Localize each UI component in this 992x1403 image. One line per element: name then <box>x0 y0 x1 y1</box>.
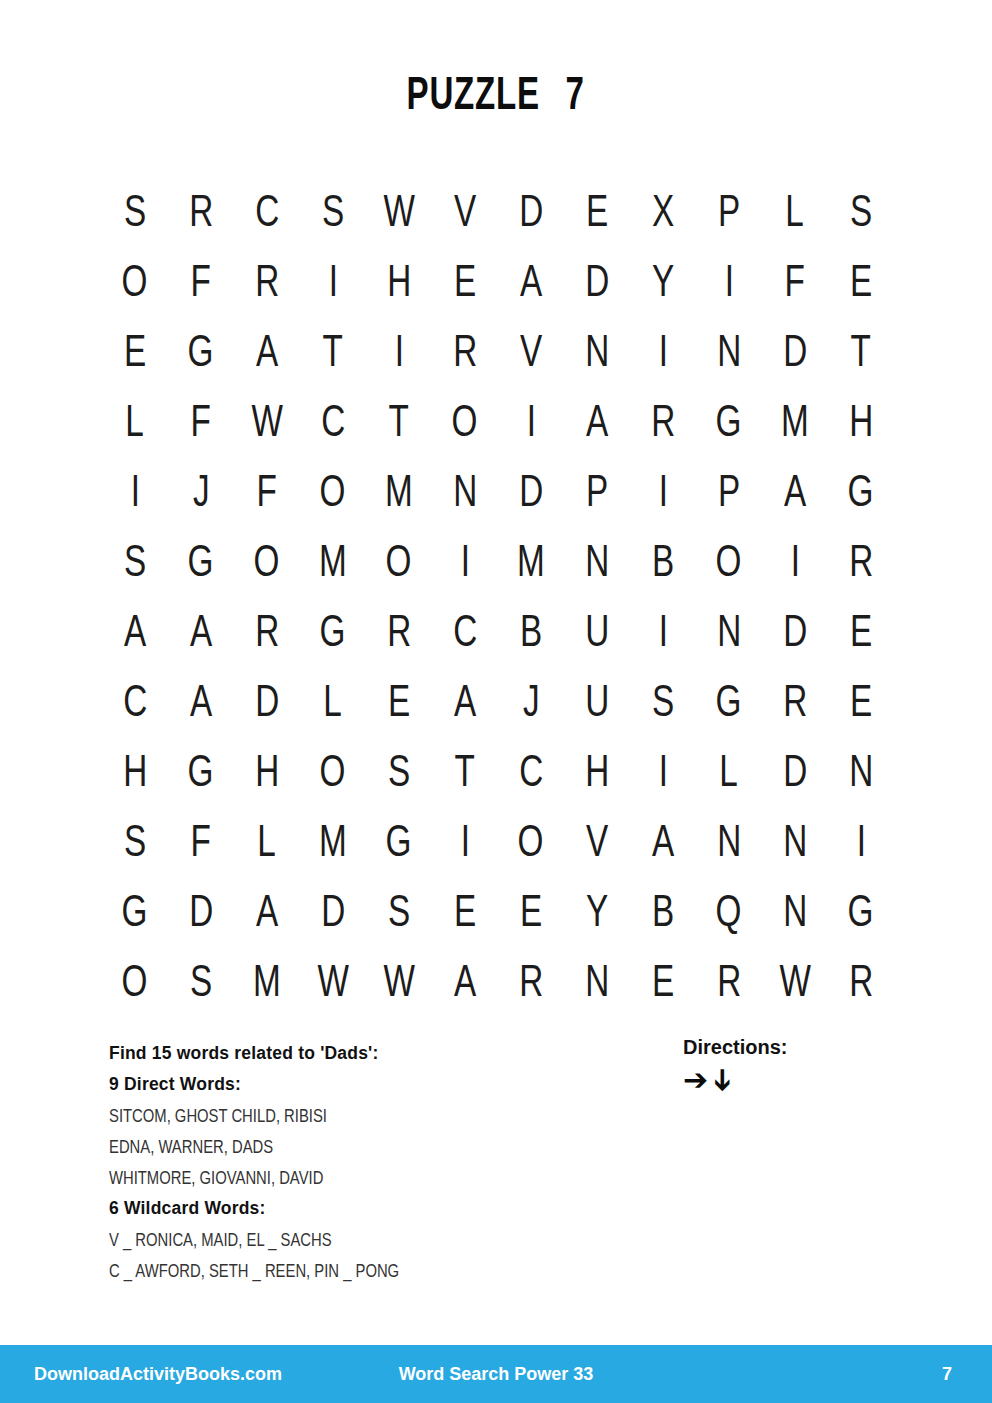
grid-letter: F <box>257 468 277 513</box>
wildcard-words-line: V _ RONICA, MAID, EL _ SACHS <box>109 1224 629 1255</box>
grid-letter: R <box>387 608 411 653</box>
grid-cell: J <box>168 455 234 525</box>
grid-cell: R <box>366 595 432 665</box>
grid-letter: F <box>191 818 211 863</box>
grid-cell: E <box>432 245 498 315</box>
grid-cell: R <box>696 945 762 1015</box>
grid-cell: H <box>234 735 300 805</box>
grid-letter: H <box>123 748 147 793</box>
grid-cell: F <box>762 245 828 315</box>
grid-cell: N <box>432 455 498 525</box>
footer-book-title: Word Search Power 33 <box>399 1364 594 1385</box>
grid-letter: B <box>520 608 542 653</box>
grid-letter: A <box>520 258 542 303</box>
grid-cell: S <box>366 735 432 805</box>
grid-letter: S <box>124 188 146 233</box>
grid-letter: B <box>652 888 674 933</box>
grid-cell: H <box>366 245 432 315</box>
grid-cell: N <box>762 875 828 945</box>
grid-cell: A <box>432 665 498 735</box>
grid-cell: P <box>696 175 762 245</box>
grid-letter: R <box>651 398 675 443</box>
grid-letter: A <box>586 398 608 443</box>
grid-cell: V <box>564 805 630 875</box>
grid-cell: H <box>564 735 630 805</box>
grid-cell: I <box>630 455 696 525</box>
grid-cell: O <box>300 455 366 525</box>
grid-letter: I <box>460 818 469 863</box>
grid-letter: E <box>454 258 476 303</box>
grid-cell: A <box>630 805 696 875</box>
grid-cell: V <box>498 315 564 385</box>
grid-cell: I <box>432 525 498 595</box>
grid-letter: R <box>783 678 807 723</box>
grid-cell: R <box>432 315 498 385</box>
grid-letter: R <box>189 188 213 233</box>
grid-letter: G <box>320 608 346 653</box>
grid-letter: G <box>716 398 742 443</box>
grid-letter: I <box>658 468 667 513</box>
grid-cell: E <box>828 245 894 315</box>
grid-letter: W <box>317 958 348 1003</box>
grid-cell: V <box>432 175 498 245</box>
grid-cell: N <box>828 735 894 805</box>
grid-cell: P <box>696 455 762 525</box>
grid-letter: S <box>850 188 872 233</box>
grid-cell: X <box>630 175 696 245</box>
grid-letter: D <box>189 888 213 933</box>
grid-cell: O <box>432 385 498 455</box>
grid-cell: A <box>498 245 564 315</box>
grid-letter: N <box>783 888 807 933</box>
grid-cell: I <box>366 315 432 385</box>
grid-letter: U <box>585 678 609 723</box>
grid-cell: F <box>168 385 234 455</box>
grid-cell: M <box>300 805 366 875</box>
grid-letter: N <box>783 818 807 863</box>
grid-cell: R <box>168 175 234 245</box>
grid-letter: S <box>190 958 212 1003</box>
grid-letter: N <box>717 608 741 653</box>
grid-letter: N <box>585 328 609 373</box>
grid-cell: G <box>102 875 168 945</box>
grid-letter: M <box>517 538 545 583</box>
grid-letter: O <box>452 398 478 443</box>
grid-letter: O <box>320 468 346 513</box>
grid-cell: Q <box>696 875 762 945</box>
grid-letter: R <box>849 538 873 583</box>
grid-cell: M <box>300 525 366 595</box>
grid-cell: F <box>234 455 300 525</box>
grid-letter: R <box>717 958 741 1003</box>
direct-words-line: SITCOM, GHOST CHILD, RIBISI <box>109 1100 629 1131</box>
grid-letter: E <box>388 678 410 723</box>
grid-cell: A <box>432 945 498 1015</box>
grid-letter: Y <box>652 258 674 303</box>
grid-cell: N <box>696 315 762 385</box>
grid-letter: S <box>322 188 344 233</box>
grid-letter: G <box>122 888 148 933</box>
grid-letter: T <box>389 398 409 443</box>
direct-words-line-text: EDNA, WARNER, DADS <box>109 1136 273 1158</box>
grid-letter: L <box>786 188 805 233</box>
right-arrow-icon: ➔ <box>683 1065 708 1095</box>
grid-cell: G <box>366 805 432 875</box>
grid-cell: G <box>168 525 234 595</box>
grid-letter: I <box>658 748 667 793</box>
grid-letter: P <box>586 468 608 513</box>
grid-cell: N <box>696 805 762 875</box>
grid-letter: V <box>586 818 608 863</box>
grid-letter: R <box>453 328 477 373</box>
grid-cell: D <box>168 875 234 945</box>
grid-cell: E <box>498 875 564 945</box>
footer-page-number: 7 <box>942 1364 952 1385</box>
grid-letter: G <box>848 888 874 933</box>
page-title-text: PUZZLE 7 <box>407 66 585 120</box>
grid-cell: S <box>102 805 168 875</box>
grid-letter: P <box>718 468 740 513</box>
grid-letter: A <box>454 678 476 723</box>
grid-cell: E <box>432 875 498 945</box>
grid-cell: Y <box>630 245 696 315</box>
grid-letter: L <box>324 678 343 723</box>
grid-cell: M <box>762 385 828 455</box>
grid-letter: O <box>386 538 412 583</box>
grid-cell: D <box>498 455 564 525</box>
grid-cell: E <box>630 945 696 1015</box>
grid-cell: C <box>432 595 498 665</box>
grid-cell: I <box>300 245 366 315</box>
grid-letter: D <box>783 748 807 793</box>
grid-letter: S <box>652 678 674 723</box>
grid-cell: P <box>564 455 630 525</box>
grid-letter: I <box>328 258 337 303</box>
grid-cell: N <box>762 805 828 875</box>
grid-cell: G <box>696 665 762 735</box>
word-search-grid: SRCSWVDEXPLSOFRIHEADYIFEEGATIRVNINDTLFWC… <box>102 175 894 1015</box>
grid-letter: L <box>258 818 277 863</box>
grid-letter: J <box>193 468 210 513</box>
grid-cell: T <box>828 315 894 385</box>
grid-cell: A <box>234 315 300 385</box>
grid-letter: L <box>126 398 145 443</box>
grid-cell: E <box>564 175 630 245</box>
grid-cell: E <box>102 315 168 385</box>
direct-words-line-text: SITCOM, GHOST CHILD, RIBISI <box>109 1105 327 1127</box>
grid-letter: A <box>652 818 674 863</box>
grid-cell: O <box>300 735 366 805</box>
footer-website: DownloadActivityBooks.com <box>34 1364 282 1385</box>
grid-letter: H <box>585 748 609 793</box>
grid-cell: N <box>564 945 630 1015</box>
grid-letter: P <box>718 188 740 233</box>
grid-letter: T <box>455 748 475 793</box>
grid-letter: A <box>190 608 212 653</box>
grid-cell: I <box>762 525 828 595</box>
grid-cell: I <box>630 315 696 385</box>
grid-letter: O <box>122 958 148 1003</box>
grid-cell: C <box>300 385 366 455</box>
find-words-heading: Find 15 words related to 'Dads': <box>109 1043 379 1064</box>
grid-cell: W <box>762 945 828 1015</box>
grid-letter: C <box>453 608 477 653</box>
grid-cell: I <box>630 735 696 805</box>
grid-cell: D <box>762 315 828 385</box>
grid-letter: A <box>454 958 476 1003</box>
grid-cell: O <box>366 525 432 595</box>
grid-cell: S <box>300 175 366 245</box>
grid-cell: O <box>234 525 300 595</box>
grid-cell: Y <box>564 875 630 945</box>
grid-cell: S <box>102 525 168 595</box>
grid-letter: E <box>850 608 872 653</box>
grid-cell: L <box>696 735 762 805</box>
grid-cell: O <box>498 805 564 875</box>
footer-bar: DownloadActivityBooks.com Word Search Po… <box>0 1345 992 1403</box>
grid-letter: E <box>586 188 608 233</box>
grid-cell: A <box>234 875 300 945</box>
grid-letter: C <box>255 188 279 233</box>
grid-letter: G <box>848 468 874 513</box>
grid-cell: I <box>828 805 894 875</box>
grid-cell: N <box>564 315 630 385</box>
grid-letter: I <box>658 608 667 653</box>
grid-letter: J <box>523 678 540 723</box>
direct-words-line: EDNA, WARNER, DADS <box>109 1131 629 1162</box>
grid-cell: C <box>102 665 168 735</box>
grid-letter: Y <box>586 888 608 933</box>
grid-letter: A <box>256 888 278 933</box>
directions-heading: Directions: <box>683 1036 787 1059</box>
grid-letter: I <box>658 328 667 373</box>
grid-cell: S <box>168 945 234 1015</box>
grid-letter: I <box>394 328 403 373</box>
grid-cell: J <box>498 665 564 735</box>
grid-letter: O <box>254 538 280 583</box>
grid-letter: I <box>790 538 799 583</box>
grid-cell: I <box>696 245 762 315</box>
grid-letter: G <box>188 328 214 373</box>
grid-cell: I <box>498 385 564 455</box>
grid-letter: O <box>518 818 544 863</box>
grid-cell: H <box>102 735 168 805</box>
grid-letter: T <box>323 328 343 373</box>
grid-letter: A <box>784 468 806 513</box>
grid-cell: D <box>234 665 300 735</box>
grid-cell: B <box>630 875 696 945</box>
grid-letter: Q <box>716 888 742 933</box>
page-title: PUZZLE 7 <box>0 66 992 120</box>
grid-cell: I <box>102 455 168 525</box>
grid-letter: M <box>319 818 347 863</box>
grid-letter: W <box>779 958 810 1003</box>
grid-letter: I <box>460 538 469 583</box>
grid-letter: I <box>856 818 865 863</box>
grid-cell: L <box>102 385 168 455</box>
grid-letter: S <box>388 888 410 933</box>
grid-letter: E <box>850 258 872 303</box>
grid-letter: A <box>256 328 278 373</box>
grid-cell: W <box>234 385 300 455</box>
grid-letter: I <box>130 468 139 513</box>
grid-cell: A <box>168 665 234 735</box>
grid-letter: R <box>255 258 279 303</box>
grid-letter: G <box>188 538 214 583</box>
grid-cell: T <box>300 315 366 385</box>
direct-words-heading: 9 Direct Words: <box>109 1074 241 1095</box>
grid-letter: C <box>519 748 543 793</box>
grid-cell: R <box>828 525 894 595</box>
grid-letter: D <box>255 678 279 723</box>
grid-letter: M <box>385 468 413 513</box>
grid-letter: H <box>849 398 873 443</box>
grid-cell: F <box>168 805 234 875</box>
grid-letter: E <box>850 678 872 723</box>
grid-cell: O <box>696 525 762 595</box>
grid-cell: S <box>630 665 696 735</box>
grid-letter: D <box>321 888 345 933</box>
grid-cell: A <box>564 385 630 455</box>
grid-cell: R <box>630 385 696 455</box>
grid-letter: B <box>652 538 674 583</box>
grid-cell: R <box>828 945 894 1015</box>
grid-cell: D <box>762 595 828 665</box>
grid-letter: E <box>520 888 542 933</box>
grid-letter: U <box>585 608 609 653</box>
grid-letter: M <box>781 398 809 443</box>
grid-cell: G <box>828 455 894 525</box>
grid-letter: O <box>320 748 346 793</box>
grid-letter: R <box>519 958 543 1003</box>
word-list: Find 15 words related to 'Dads': 9 Direc… <box>109 1038 629 1286</box>
grid-letter: G <box>716 678 742 723</box>
grid-letter: N <box>717 818 741 863</box>
grid-cell: B <box>498 595 564 665</box>
grid-cell: W <box>300 945 366 1015</box>
grid-letter: V <box>520 328 542 373</box>
grid-letter: O <box>716 538 742 583</box>
grid-letter: F <box>785 258 805 303</box>
grid-cell: R <box>498 945 564 1015</box>
grid-letter: D <box>585 258 609 303</box>
grid-letter: S <box>388 748 410 793</box>
grid-cell: B <box>630 525 696 595</box>
grid-cell: I <box>630 595 696 665</box>
grid-cell: N <box>564 525 630 595</box>
direct-words-line: WHITMORE, GIOVANNI, DAVID <box>109 1162 629 1193</box>
grid-cell: D <box>300 875 366 945</box>
puzzle-page: PUZZLE 7 SRCSWVDEXPLSOFRIHEADYIFEEGATIRV… <box>0 0 992 1403</box>
grid-letter: N <box>849 748 873 793</box>
grid-cell: A <box>762 455 828 525</box>
grid-letter: D <box>783 328 807 373</box>
grid-cell: W <box>366 945 432 1015</box>
grid-cell: A <box>168 595 234 665</box>
grid-cell: T <box>432 735 498 805</box>
grid-letter: M <box>253 958 281 1003</box>
grid-letter: S <box>124 818 146 863</box>
grid-letter: F <box>191 258 211 303</box>
grid-cell: N <box>696 595 762 665</box>
grid-letter: T <box>851 328 871 373</box>
grid-letter: N <box>585 538 609 583</box>
grid-cell: A <box>102 595 168 665</box>
grid-cell: D <box>498 175 564 245</box>
grid-cell: E <box>828 665 894 735</box>
grid-letter: S <box>124 538 146 583</box>
grid-cell: R <box>234 245 300 315</box>
wildcard-words-line-text: V _ RONICA, MAID, EL _ SACHS <box>109 1229 332 1251</box>
grid-cell: U <box>564 665 630 735</box>
grid-letter: D <box>519 188 543 233</box>
direct-words-line-text: WHITMORE, GIOVANNI, DAVID <box>109 1167 323 1189</box>
grid-letter: D <box>783 608 807 653</box>
grid-cell: S <box>828 175 894 245</box>
grid-letter: V <box>454 188 476 233</box>
grid-letter: N <box>585 958 609 1003</box>
grid-cell: S <box>366 875 432 945</box>
grid-letter: I <box>724 258 733 303</box>
grid-cell: G <box>696 385 762 455</box>
directions-arrows: ➔ ➔ <box>683 1065 787 1095</box>
grid-letter: C <box>123 678 147 723</box>
grid-cell: G <box>300 595 366 665</box>
grid-cell: H <box>828 385 894 455</box>
grid-cell: T <box>366 385 432 455</box>
down-arrow-icon: ➔ <box>708 1067 738 1092</box>
grid-cell: L <box>300 665 366 735</box>
grid-cell: M <box>498 525 564 595</box>
grid-cell: U <box>564 595 630 665</box>
grid-letter: A <box>124 608 146 653</box>
grid-letter: C <box>321 398 345 443</box>
grid-cell: G <box>828 875 894 945</box>
grid-cell: E <box>366 665 432 735</box>
grid-letter: W <box>383 188 414 233</box>
grid-letter: N <box>717 328 741 373</box>
wildcard-words-heading: 6 Wildcard Words: <box>109 1198 266 1219</box>
grid-cell: O <box>102 945 168 1015</box>
grid-cell: G <box>168 735 234 805</box>
grid-cell: C <box>498 735 564 805</box>
grid-cell: I <box>432 805 498 875</box>
grid-letter: R <box>255 608 279 653</box>
grid-letter: G <box>188 748 214 793</box>
grid-letter: M <box>319 538 347 583</box>
grid-cell: L <box>762 175 828 245</box>
grid-letter: F <box>191 398 211 443</box>
grid-cell: L <box>234 805 300 875</box>
grid-cell: F <box>168 245 234 315</box>
grid-letter: W <box>383 958 414 1003</box>
wildcard-words-line: C _ AWFORD, SETH _ REEN, PIN _ PONG <box>109 1255 629 1286</box>
grid-letter: N <box>453 468 477 513</box>
grid-cell: G <box>168 315 234 385</box>
grid-letter: R <box>849 958 873 1003</box>
grid-cell: R <box>234 595 300 665</box>
grid-cell: D <box>564 245 630 315</box>
grid-letter: H <box>387 258 411 303</box>
wildcard-words-line-text: C _ AWFORD, SETH _ REEN, PIN _ PONG <box>109 1260 399 1282</box>
grid-letter: W <box>251 398 282 443</box>
grid-cell: D <box>762 735 828 805</box>
grid-letter: G <box>386 818 412 863</box>
grid-cell: C <box>234 175 300 245</box>
grid-cell: O <box>102 245 168 315</box>
grid-cell: R <box>762 665 828 735</box>
grid-letter: H <box>255 748 279 793</box>
